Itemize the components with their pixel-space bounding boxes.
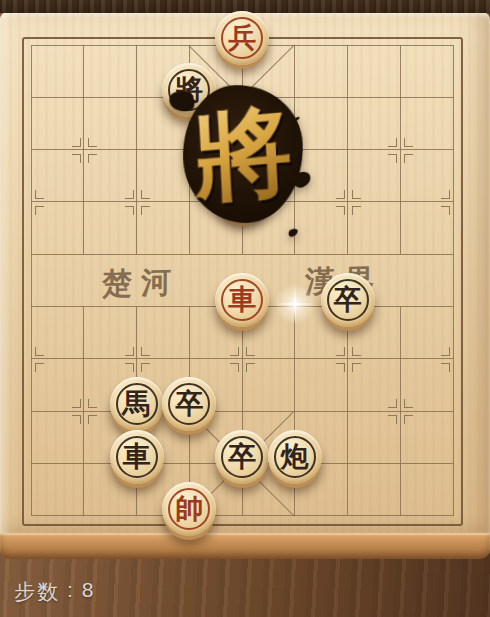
piece-black-cannon[interactable]: 炮 [268, 430, 322, 484]
check-stamp: 將 [181, 83, 306, 225]
board-front-edge [0, 533, 490, 559]
move-counter: 步数:8 [14, 578, 96, 606]
piece-black-soldier[interactable]: 卒 [215, 430, 269, 484]
piece-character: 卒 [215, 430, 269, 484]
move-counter-label: 步数 [14, 578, 60, 606]
piece-red-soldier[interactable]: 兵 [215, 11, 269, 65]
piece-character: 炮 [268, 430, 322, 484]
piece-red-general[interactable]: 帥 [162, 482, 216, 536]
piece-character: 兵 [215, 11, 269, 65]
piece-black-chariot[interactable]: 車 [110, 430, 164, 484]
piece-red-chariot[interactable]: 車 [215, 273, 269, 327]
piece-character: 車 [215, 273, 269, 327]
river-label-left: 楚河 [102, 262, 180, 305]
piece-character: 卒 [321, 273, 375, 327]
sparkle-effect [273, 282, 317, 326]
move-counter-colon: : [67, 578, 75, 606]
piece-character: 馬 [110, 377, 164, 431]
piece-black-soldier[interactable]: 卒 [321, 273, 375, 327]
piece-character: 車 [110, 430, 164, 484]
check-stamp-character: 將 [180, 80, 307, 228]
piece-black-horse[interactable]: 馬 [110, 377, 164, 431]
xiangqi-game-screen: 楚河 漢界 兵將馬車卒馬卒車卒炮帥 將 步数:8 [0, 0, 490, 617]
piece-character: 帥 [162, 482, 216, 536]
piece-black-soldier[interactable]: 卒 [162, 377, 216, 431]
piece-character: 卒 [162, 377, 216, 431]
move-counter-value: 8 [82, 578, 96, 606]
